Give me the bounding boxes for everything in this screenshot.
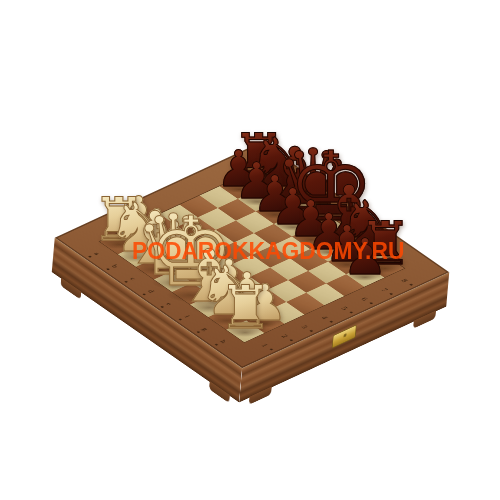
frame-dot <box>349 311 353 313</box>
frame-dot <box>389 293 393 295</box>
rank-label-3: 3 <box>297 322 314 332</box>
box-foot <box>413 311 436 329</box>
frame-dot <box>289 339 293 341</box>
box-foot <box>249 387 272 405</box>
frame-dot <box>196 331 200 333</box>
watermark-text: PODAROKKAGDOMY.RU <box>132 237 404 265</box>
frame-dot <box>124 281 128 283</box>
frame-dot <box>106 268 110 270</box>
rank-label-6: 6 <box>356 294 373 304</box>
frame-dot <box>178 318 182 320</box>
frame-dot <box>269 348 273 350</box>
rank-label-8: 8 <box>396 276 413 286</box>
product-photo-scene: a1b2c3d4e5f6g7h8 ♜♞♝♛♚♝♞♜♟♟♟♟♟♟♟♟♟♟♟♟♟♟♟… <box>0 0 500 500</box>
frame-dot <box>369 302 373 304</box>
file-label-b: b <box>107 261 124 271</box>
rank-label-7: 7 <box>376 285 393 295</box>
frame-dot <box>329 321 333 323</box>
box-foot <box>60 278 81 300</box>
frame-dot <box>214 344 218 346</box>
brass-latch <box>332 325 357 349</box>
frame-dot <box>88 255 92 257</box>
frame-dot <box>160 306 164 308</box>
frame-dot <box>409 284 413 286</box>
frame-dot <box>309 330 313 332</box>
frame-dot <box>142 293 146 295</box>
box-foot <box>209 381 230 403</box>
